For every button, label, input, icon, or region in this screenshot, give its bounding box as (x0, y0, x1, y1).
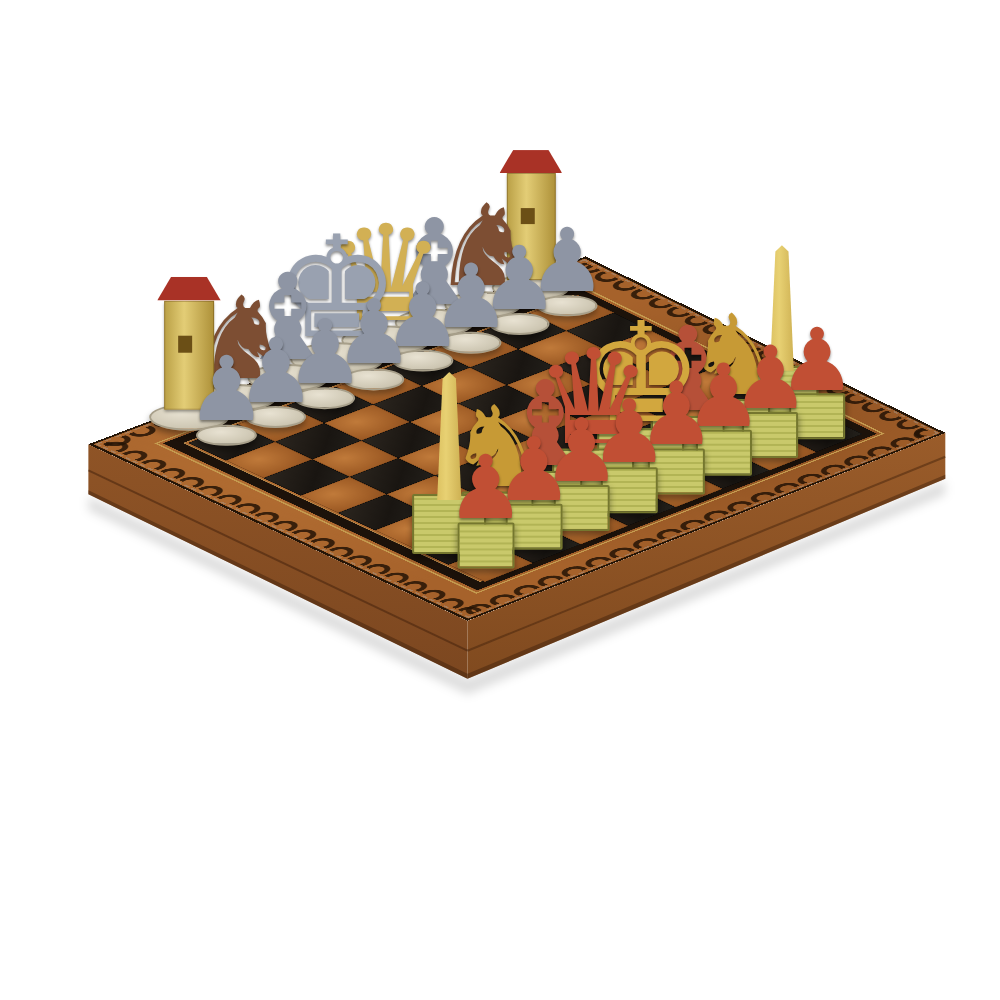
product-photo-chess-set: ♞♝♛♚♝♞♟♟♟♟♟♟♟♟♞♝♛♚♝♞♟♟♟♟♟♟♟♟ (0, 0, 1000, 1000)
